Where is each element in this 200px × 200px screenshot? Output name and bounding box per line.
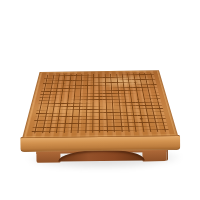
board-top-surface <box>22 70 178 138</box>
goban-cell <box>82 129 89 133</box>
goban-grid <box>31 73 169 133</box>
go-board-photo <box>0 0 200 200</box>
goban-object <box>0 0 200 200</box>
goban-cell <box>89 129 96 133</box>
goban-cell <box>161 128 169 132</box>
goban-cell <box>96 129 103 133</box>
